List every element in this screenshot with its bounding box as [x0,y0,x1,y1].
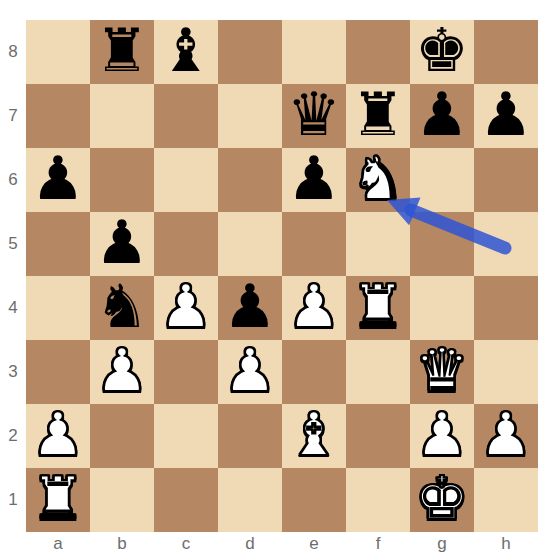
square-f6[interactable]: ♞ [346,148,410,212]
white-pawn: ♟ [31,404,85,468]
file-label-g: g [410,532,474,558]
black-pawn: ♟ [415,84,469,148]
rank-label-5: 5 [0,212,26,276]
square-f4[interactable]: ♜ [346,276,410,340]
square-c8[interactable]: ♝ [154,20,218,84]
square-h1[interactable] [474,468,538,532]
square-e8[interactable] [282,20,346,84]
square-c5[interactable] [154,212,218,276]
square-g2[interactable]: ♟ [410,404,474,468]
square-h5[interactable] [474,212,538,276]
square-f1[interactable] [346,468,410,532]
rank-label-7: 7 [0,84,26,148]
square-h8[interactable] [474,20,538,84]
square-e2[interactable]: ♝ [282,404,346,468]
white-knight: ♞ [351,148,405,212]
black-pawn: ♟ [31,148,85,212]
black-king: ♚ [415,20,469,84]
square-b1[interactable] [90,468,154,532]
square-c2[interactable] [154,404,218,468]
square-b7[interactable] [90,84,154,148]
black-rook: ♜ [95,20,149,84]
rank-label-3: 3 [0,340,26,404]
square-g7[interactable]: ♟ [410,84,474,148]
white-pawn: ♟ [95,340,149,404]
square-c7[interactable] [154,84,218,148]
square-a8[interactable] [26,20,90,84]
white-rook: ♜ [31,468,85,532]
white-king: ♚ [415,468,469,532]
square-a3[interactable] [26,340,90,404]
black-pawn: ♟ [479,84,533,148]
rank-label-2: 2 [0,404,26,468]
chess-board: ♜♝♚♛♜♟♟♟♟♞♟♞♟♟♟♜♟♟♛♟♝♟♟♜♚ [26,20,538,532]
black-pawn: ♟ [95,212,149,276]
square-b8[interactable]: ♜ [90,20,154,84]
black-pawn: ♟ [223,276,277,340]
square-b4[interactable]: ♞ [90,276,154,340]
square-g5[interactable] [410,212,474,276]
rank-label-8: 8 [0,20,26,84]
square-d4[interactable]: ♟ [218,276,282,340]
square-c6[interactable] [154,148,218,212]
white-pawn: ♟ [287,276,341,340]
square-d1[interactable] [218,468,282,532]
square-c1[interactable] [154,468,218,532]
square-e4[interactable]: ♟ [282,276,346,340]
chess-diagram: 87654321 ♜♝♚♛♜♟♟♟♟♞♟♞♟♟♟♜♟♟♛♟♝♟♟♜♚ abcde… [0,0,552,558]
file-label-f: f [346,532,410,558]
square-g6[interactable] [410,148,474,212]
white-pawn: ♟ [223,340,277,404]
square-f3[interactable] [346,340,410,404]
white-queen: ♛ [415,340,469,404]
square-d8[interactable] [218,20,282,84]
file-label-c: c [154,532,218,558]
square-e3[interactable] [282,340,346,404]
square-a6[interactable]: ♟ [26,148,90,212]
square-e1[interactable] [282,468,346,532]
black-pawn: ♟ [287,148,341,212]
square-d6[interactable] [218,148,282,212]
square-g8[interactable]: ♚ [410,20,474,84]
square-b6[interactable] [90,148,154,212]
file-label-a: a [26,532,90,558]
square-g4[interactable] [410,276,474,340]
file-label-h: h [474,532,538,558]
rank-label-1: 1 [0,468,26,532]
square-a1[interactable]: ♜ [26,468,90,532]
square-g1[interactable]: ♚ [410,468,474,532]
square-c3[interactable] [154,340,218,404]
white-pawn: ♟ [159,276,213,340]
white-bishop: ♝ [287,404,341,468]
square-a5[interactable] [26,212,90,276]
square-h2[interactable]: ♟ [474,404,538,468]
black-bishop: ♝ [159,20,213,84]
square-a4[interactable] [26,276,90,340]
rank-label-6: 6 [0,148,26,212]
square-b3[interactable]: ♟ [90,340,154,404]
file-label-d: d [218,532,282,558]
square-e5[interactable] [282,212,346,276]
square-d3[interactable]: ♟ [218,340,282,404]
square-f5[interactable] [346,212,410,276]
square-h4[interactable] [474,276,538,340]
black-knight: ♞ [95,276,149,340]
white-rook: ♜ [351,276,405,340]
square-h6[interactable] [474,148,538,212]
square-g3[interactable]: ♛ [410,340,474,404]
white-pawn: ♟ [479,404,533,468]
square-e6[interactable]: ♟ [282,148,346,212]
square-d2[interactable] [218,404,282,468]
square-d7[interactable] [218,84,282,148]
square-h3[interactable] [474,340,538,404]
white-pawn: ♟ [415,404,469,468]
square-h7[interactable]: ♟ [474,84,538,148]
square-b2[interactable] [90,404,154,468]
square-a2[interactable]: ♟ [26,404,90,468]
black-rook: ♜ [351,84,405,148]
square-f7[interactable]: ♜ [346,84,410,148]
square-f2[interactable] [346,404,410,468]
square-d5[interactable] [218,212,282,276]
square-c4[interactable]: ♟ [154,276,218,340]
file-label-b: b [90,532,154,558]
square-a7[interactable] [26,84,90,148]
black-queen: ♛ [287,84,341,148]
square-e7[interactable]: ♛ [282,84,346,148]
square-f8[interactable] [346,20,410,84]
file-label-e: e [282,532,346,558]
square-b5[interactable]: ♟ [90,212,154,276]
rank-label-4: 4 [0,276,26,340]
